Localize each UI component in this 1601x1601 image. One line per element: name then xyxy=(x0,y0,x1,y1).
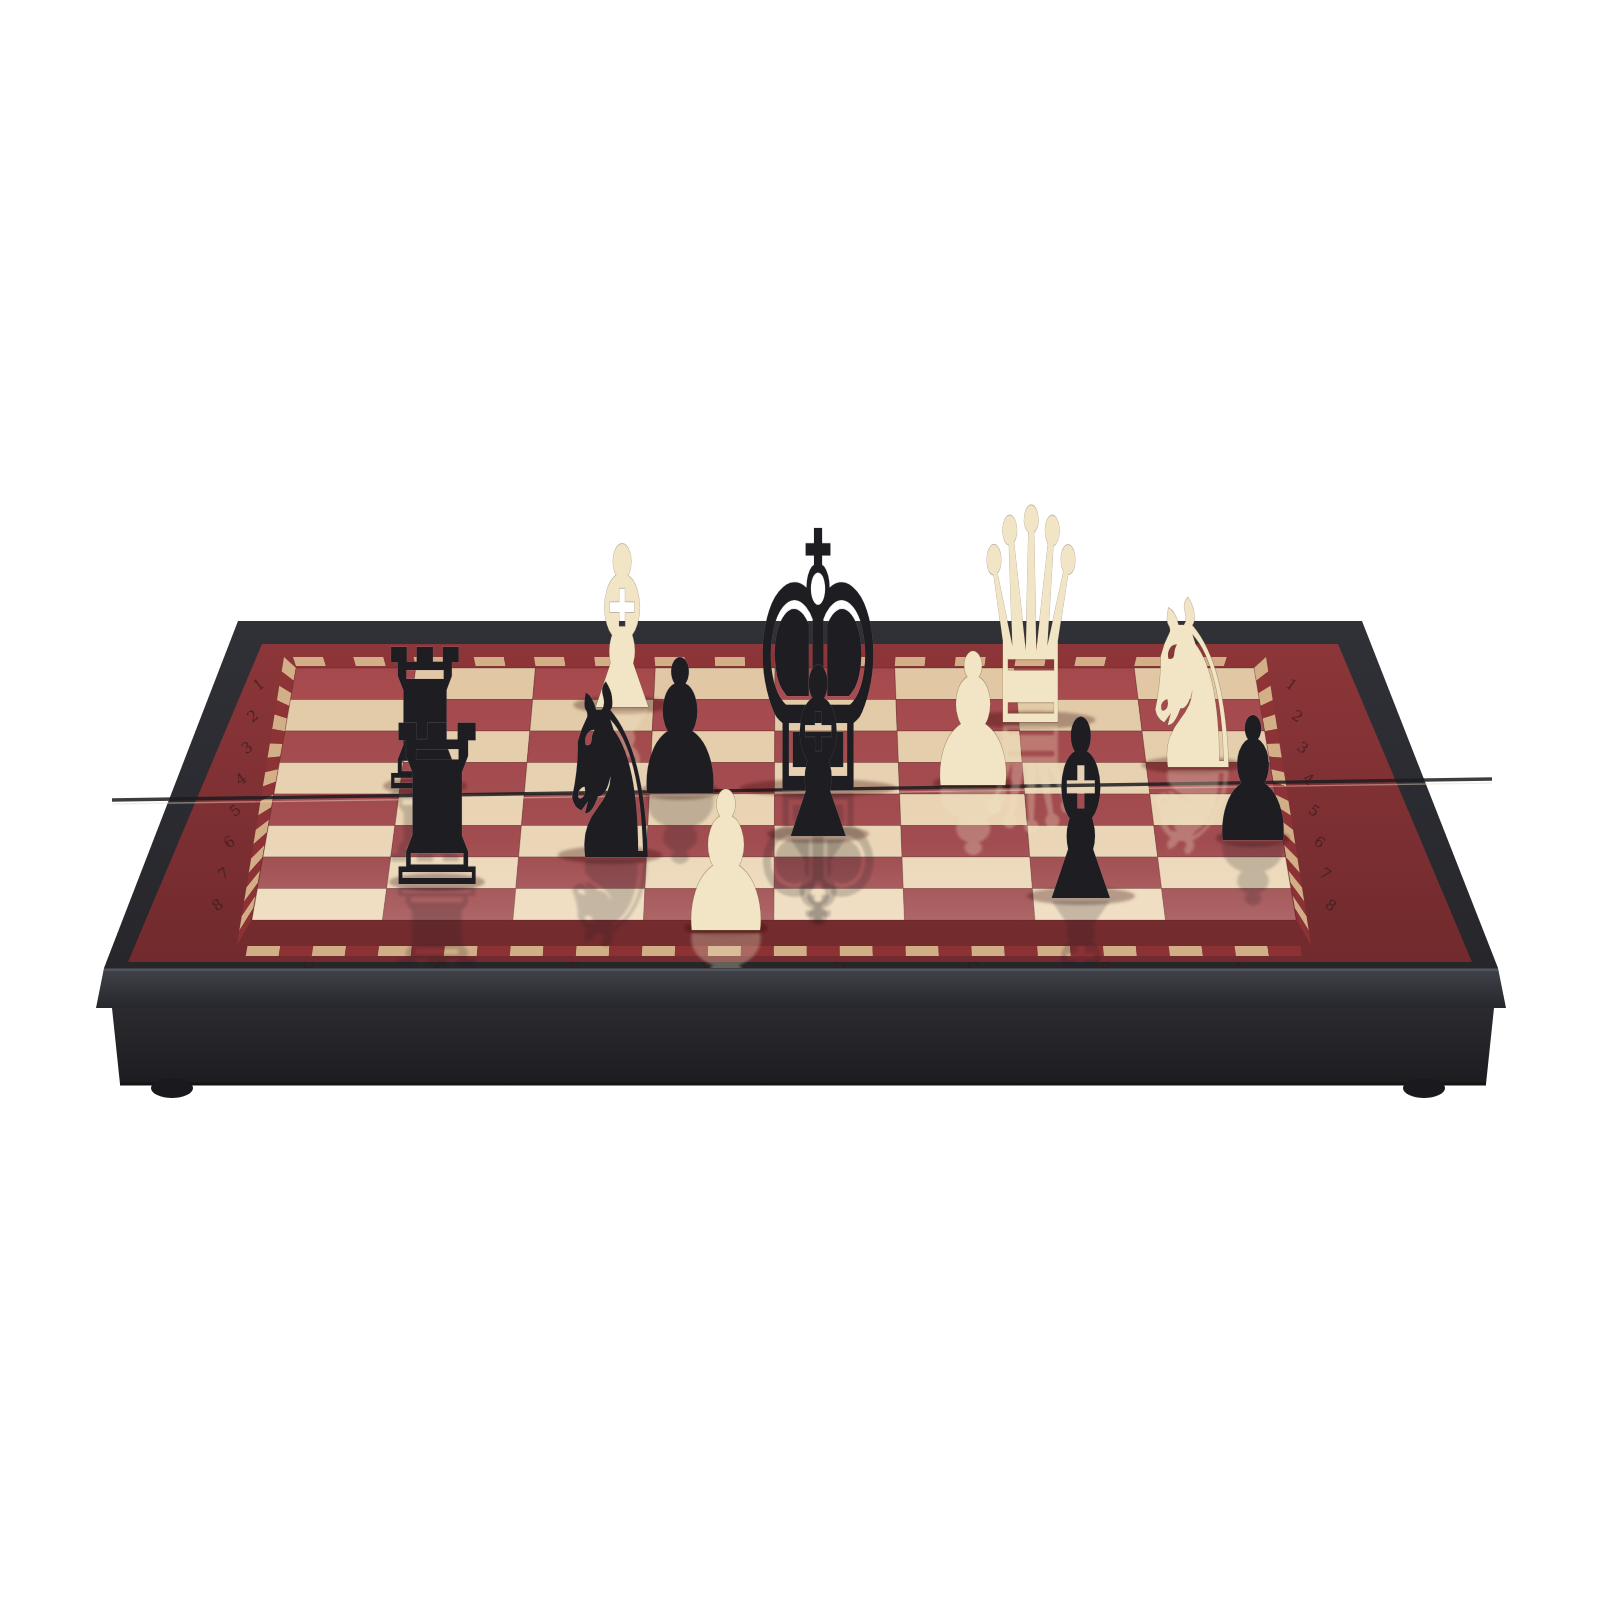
product-photo: HGFEDCBA1234567812345678♝♝♛♛♞♞♟♟♜♜♚♚♟♟♝♝… xyxy=(0,0,1601,1601)
chessboard: HGFEDCBA1234567812345678♝♝♛♛♞♞♟♟♜♜♚♚♟♟♝♝… xyxy=(0,0,1601,1601)
board-foot-1 xyxy=(151,1078,193,1098)
piece-black-pawn-a4[interactable]: ♟ xyxy=(1207,681,1299,880)
frame-rim xyxy=(96,968,1506,1008)
piece-black-bishop-d4[interactable]: ♝ xyxy=(765,618,870,891)
piece-white-pawn-e1[interactable]: ♟ xyxy=(674,751,778,977)
piece-white-pawn-c5[interactable]: ♟ xyxy=(924,615,1023,828)
board-foot-2 xyxy=(1403,1078,1445,1098)
piece-black-rook-g2[interactable]: ♜ xyxy=(376,678,499,935)
piece-black-bishop-b2[interactable]: ♝ xyxy=(1025,668,1136,956)
piece-black-knight-f3[interactable]: ♞ xyxy=(551,634,669,914)
frame-side-face xyxy=(112,1008,1494,1084)
